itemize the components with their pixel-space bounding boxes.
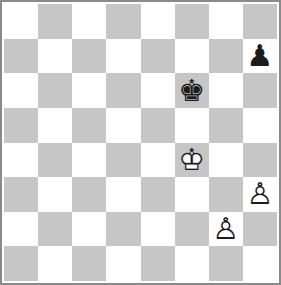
square-b5[interactable] <box>38 108 72 143</box>
square-h3[interactable]: ♟♙ <box>243 177 277 212</box>
square-c4[interactable] <box>72 143 106 178</box>
square-d4[interactable] <box>106 143 140 178</box>
square-d2[interactable] <box>106 212 140 247</box>
white-pawn: ♟♙ <box>243 177 277 212</box>
square-g8[interactable] <box>209 4 243 39</box>
square-h4[interactable] <box>243 143 277 178</box>
square-h2[interactable] <box>243 212 277 247</box>
square-c7[interactable] <box>72 39 106 74</box>
square-b1[interactable] <box>38 246 72 281</box>
square-g3[interactable] <box>209 177 243 212</box>
square-e5[interactable] <box>141 108 175 143</box>
black-king-glyph: ♚ <box>175 73 209 108</box>
chess-diagram: ♟♚♚♔♟♙♟♙ <box>0 0 281 285</box>
square-f5[interactable] <box>175 108 209 143</box>
square-e2[interactable] <box>141 212 175 247</box>
square-a8[interactable] <box>4 4 38 39</box>
board-frame: ♟♚♚♔♟♙♟♙ <box>0 0 281 285</box>
square-a7[interactable] <box>4 39 38 74</box>
square-h6[interactable] <box>243 73 277 108</box>
black-pawn-glyph: ♟ <box>243 39 277 74</box>
square-d8[interactable] <box>106 4 140 39</box>
square-b6[interactable] <box>38 73 72 108</box>
square-a4[interactable] <box>4 143 38 178</box>
chess-board: ♟♚♚♔♟♙♟♙ <box>4 4 277 281</box>
square-b4[interactable] <box>38 143 72 178</box>
square-c5[interactable] <box>72 108 106 143</box>
square-g4[interactable] <box>209 143 243 178</box>
square-e4[interactable] <box>141 143 175 178</box>
square-d5[interactable] <box>106 108 140 143</box>
square-b3[interactable] <box>38 177 72 212</box>
square-c1[interactable] <box>72 246 106 281</box>
square-b8[interactable] <box>38 4 72 39</box>
square-h5[interactable] <box>243 108 277 143</box>
square-e8[interactable] <box>141 4 175 39</box>
square-e6[interactable] <box>141 73 175 108</box>
square-f4[interactable]: ♚♔ <box>175 143 209 178</box>
square-d6[interactable] <box>106 73 140 108</box>
square-d7[interactable] <box>106 39 140 74</box>
square-e3[interactable] <box>141 177 175 212</box>
square-f8[interactable] <box>175 4 209 39</box>
square-a2[interactable] <box>4 212 38 247</box>
square-h8[interactable] <box>243 4 277 39</box>
square-d3[interactable] <box>106 177 140 212</box>
square-e7[interactable] <box>141 39 175 74</box>
square-f7[interactable] <box>175 39 209 74</box>
white-king-outline: ♔ <box>175 143 209 178</box>
square-d1[interactable] <box>106 246 140 281</box>
square-f3[interactable] <box>175 177 209 212</box>
square-g1[interactable] <box>209 246 243 281</box>
square-b7[interactable] <box>38 39 72 74</box>
square-f6[interactable]: ♚ <box>175 73 209 108</box>
white-pawn-outline: ♙ <box>243 177 277 212</box>
square-c8[interactable] <box>72 4 106 39</box>
square-g6[interactable] <box>209 73 243 108</box>
black-king: ♚ <box>175 73 209 108</box>
square-a5[interactable] <box>4 108 38 143</box>
square-f2[interactable] <box>175 212 209 247</box>
square-h1[interactable] <box>243 246 277 281</box>
square-c2[interactable] <box>72 212 106 247</box>
square-g2[interactable]: ♟♙ <box>209 212 243 247</box>
black-pawn: ♟ <box>243 39 277 74</box>
white-pawn-outline: ♙ <box>209 212 243 247</box>
square-a6[interactable] <box>4 73 38 108</box>
white-king: ♚♔ <box>175 143 209 178</box>
white-pawn: ♟♙ <box>209 212 243 247</box>
square-b2[interactable] <box>38 212 72 247</box>
square-h7[interactable]: ♟ <box>243 39 277 74</box>
square-a3[interactable] <box>4 177 38 212</box>
square-g5[interactable] <box>209 108 243 143</box>
square-c6[interactable] <box>72 73 106 108</box>
square-e1[interactable] <box>141 246 175 281</box>
square-a1[interactable] <box>4 246 38 281</box>
square-c3[interactable] <box>72 177 106 212</box>
square-f1[interactable] <box>175 246 209 281</box>
square-g7[interactable] <box>209 39 243 74</box>
